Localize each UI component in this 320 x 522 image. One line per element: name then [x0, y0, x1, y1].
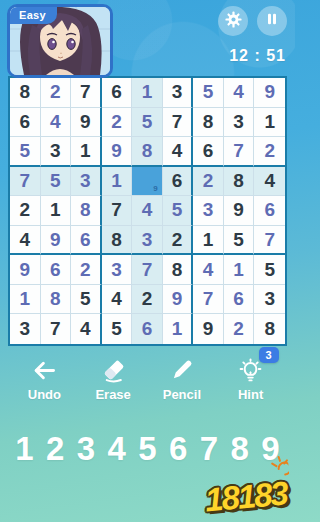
cell-r5c7[interactable]: 3 [193, 196, 224, 226]
user-digit: 3 [142, 229, 153, 251]
given-digit: 8 [233, 170, 244, 192]
cell-r8c8[interactable]: 6 [224, 285, 255, 315]
cell-r5c9[interactable]: 6 [254, 196, 285, 226]
cell-r9c3[interactable]: 4 [71, 314, 102, 344]
numpad-key-1[interactable]: 1 [11, 430, 38, 468]
numpad-key-4[interactable]: 4 [103, 430, 130, 468]
cell-r5c6[interactable]: 5 [163, 196, 194, 226]
given-digit: 2 [142, 288, 153, 310]
cell-r8c6[interactable]: 9 [163, 285, 194, 315]
cell-r2c7[interactable]: 8 [193, 108, 224, 138]
user-digit: 6 [50, 259, 61, 281]
cell-r3c4[interactable]: 9 [102, 137, 133, 167]
given-digit: 1 [50, 199, 61, 221]
pencil-icon [169, 356, 195, 384]
cell-r2c9[interactable]: 1 [254, 108, 285, 138]
cell-r2c6[interactable]: 7 [163, 108, 194, 138]
cell-r2c5[interactable]: 5 [132, 108, 163, 138]
hint-label: Hint [238, 387, 263, 402]
toolbar: Undo Erase Pencil 3 [0, 356, 295, 402]
cell-r5c1[interactable]: 2 [10, 196, 41, 226]
given-digit: 5 [111, 318, 122, 340]
cell-r9c7[interactable]: 9 [193, 314, 224, 344]
numpad-key-2[interactable]: 2 [42, 430, 69, 468]
cell-r5c5[interactable]: 4 [132, 196, 163, 226]
cell-r3c9[interactable]: 2 [254, 137, 285, 167]
given-digit: 6 [203, 140, 214, 162]
user-digit: 7 [203, 288, 214, 310]
given-digit: 4 [111, 288, 122, 310]
user-digit: 9 [264, 81, 275, 103]
avatar: Easy [7, 4, 113, 78]
cell-r6c4[interactable]: 8 [102, 226, 133, 256]
user-digit: 5 [142, 111, 153, 133]
user-digit: 6 [233, 288, 244, 310]
cell-r7c3[interactable]: 2 [71, 255, 102, 285]
given-digit: 3 [50, 140, 61, 162]
difficulty-badge: Easy [10, 7, 57, 24]
cell-r1c9[interactable]: 9 [254, 78, 285, 108]
cell-r8c3[interactable]: 5 [71, 285, 102, 315]
cell-r8c5[interactable]: 2 [132, 285, 163, 315]
user-digit: 7 [264, 229, 275, 251]
cell-r8c4[interactable]: 4 [102, 285, 133, 315]
cell-r3c8[interactable]: 7 [224, 137, 255, 167]
given-digit: 4 [172, 140, 183, 162]
given-digit: 1 [80, 140, 91, 162]
user-digit: 5 [172, 199, 183, 221]
given-digit: 3 [233, 111, 244, 133]
given-digit: 9 [233, 199, 244, 221]
user-digit: 2 [50, 81, 61, 103]
cell-r9c8[interactable]: 2 [224, 314, 255, 344]
given-digit: 5 [233, 229, 244, 251]
cell-r2c1[interactable]: 6 [10, 108, 41, 138]
cell-r7c4[interactable]: 3 [102, 255, 133, 285]
given-digit: 8 [19, 81, 30, 103]
sun-doodle-icon [248, 454, 290, 483]
user-digit: 7 [233, 140, 244, 162]
cell-r7c2[interactable]: 6 [41, 255, 72, 285]
cell-r7c7[interactable]: 4 [193, 255, 224, 285]
user-digit: 8 [142, 140, 153, 162]
user-digit: 3 [203, 199, 214, 221]
user-digit: 2 [203, 170, 214, 192]
given-digit: 2 [172, 229, 183, 251]
watermark-logo: 18183 [204, 475, 289, 520]
cell-r5c8[interactable]: 9 [224, 196, 255, 226]
cell-r6c3[interactable]: 6 [71, 226, 102, 256]
user-digit: 8 [50, 288, 61, 310]
user-digit: 7 [19, 170, 30, 192]
pause-icon [264, 11, 280, 31]
user-digit: 3 [80, 170, 91, 192]
user-digit: 9 [172, 288, 183, 310]
cell-r7c1[interactable]: 9 [10, 255, 41, 285]
gear-icon [224, 10, 243, 33]
given-digit: 3 [264, 288, 275, 310]
cell-r6c5[interactable]: 3 [132, 226, 163, 256]
user-digit: 4 [142, 199, 153, 221]
undo-arrow-icon [31, 356, 58, 384]
cell-r1c8[interactable]: 4 [224, 78, 255, 108]
user-digit: 9 [19, 259, 30, 281]
user-digit: 5 [19, 140, 30, 162]
settings-button[interactable] [218, 6, 248, 36]
cell-r1c6[interactable]: 3 [163, 78, 194, 108]
cell-r1c2[interactable]: 2 [41, 78, 72, 108]
cell-r9c5[interactable]: 6 [132, 314, 163, 344]
given-digit: 2 [19, 199, 30, 221]
user-digit: 2 [233, 318, 244, 340]
eraser-icon [100, 356, 127, 384]
cell-r1c5[interactable]: 1 [132, 78, 163, 108]
cell-r8c9[interactable]: 3 [254, 285, 285, 315]
given-digit: 1 [203, 229, 214, 251]
erase-label: Erase [95, 387, 130, 402]
user-digit: 2 [80, 259, 91, 281]
given-digit: 7 [80, 81, 91, 103]
hint-count-badge: 3 [259, 347, 279, 363]
undo-label: Undo [28, 387, 61, 402]
given-digit: 8 [111, 229, 122, 251]
user-digit: 1 [19, 288, 30, 310]
pencil-note: 9 [153, 184, 157, 193]
cell-r6c6[interactable]: 2 [163, 226, 194, 256]
user-digit: 9 [111, 140, 122, 162]
given-digit: 6 [111, 81, 122, 103]
user-digit: 5 [50, 170, 61, 192]
user-digit: 2 [111, 111, 122, 133]
cell-r3c1[interactable]: 5 [10, 137, 41, 167]
given-digit: 9 [80, 111, 91, 133]
user-digit: 4 [50, 111, 61, 133]
pencil-label: Pencil [163, 387, 201, 402]
cell-r2c8[interactable]: 3 [224, 108, 255, 138]
cell-r4c1[interactable]: 7 [10, 167, 41, 197]
cell-r6c1[interactable]: 4 [10, 226, 41, 256]
given-digit: 4 [19, 229, 30, 251]
user-digit: 6 [264, 199, 275, 221]
cell-r9c9[interactable]: 8 [254, 314, 285, 344]
cell-r5c2[interactable]: 1 [41, 196, 72, 226]
numpad-key-7[interactable]: 7 [196, 430, 223, 468]
cell-r3c7[interactable]: 6 [193, 137, 224, 167]
cell-r8c7[interactable]: 7 [193, 285, 224, 315]
cell-r3c6[interactable]: 4 [163, 137, 194, 167]
cell-r1c3[interactable]: 7 [71, 78, 102, 108]
given-digit: 8 [172, 259, 183, 281]
cell-r6c7[interactable]: 1 [193, 226, 224, 256]
user-digit: 2 [264, 140, 275, 162]
hint-button[interactable]: 3 Hint [222, 356, 280, 402]
cell-r8c1[interactable]: 1 [10, 285, 41, 315]
sudoku-board: 8276135496492578315319846727531962842187… [8, 76, 287, 346]
erase-button[interactable]: Erase [84, 356, 142, 402]
given-digit: 1 [264, 111, 275, 133]
cell-r4c5[interactable]: 9 [132, 167, 163, 197]
cell-r2c2[interactable]: 4 [41, 108, 72, 138]
cell-r4c8[interactable]: 8 [224, 167, 255, 197]
cell-r9c6[interactable]: 1 [163, 314, 194, 344]
given-digit: 3 [172, 81, 183, 103]
cell-r7c9[interactable]: 5 [254, 255, 285, 285]
given-digit: 6 [172, 170, 183, 192]
cell-r3c5[interactable]: 8 [132, 137, 163, 167]
cell-r6c8[interactable]: 5 [224, 226, 255, 256]
cell-r9c4[interactable]: 5 [102, 314, 133, 344]
user-digit: 5 [203, 81, 214, 103]
user-digit: 9 [50, 229, 61, 251]
cell-r8c2[interactable]: 8 [41, 285, 72, 315]
user-digit: 6 [142, 318, 153, 340]
cell-r5c3[interactable]: 8 [71, 196, 102, 226]
undo-button[interactable]: Undo [15, 356, 73, 402]
user-digit: 7 [142, 259, 153, 281]
given-digit: 7 [50, 318, 61, 340]
cell-r1c7[interactable]: 5 [193, 78, 224, 108]
cell-r7c8[interactable]: 1 [224, 255, 255, 285]
given-digit: 3 [19, 318, 30, 340]
cell-r6c2[interactable]: 9 [41, 226, 72, 256]
cell-r4c4[interactable]: 1 [102, 167, 133, 197]
pause-button[interactable] [257, 6, 287, 36]
user-digit: 1 [142, 81, 153, 103]
given-digit: 4 [80, 318, 91, 340]
given-digit: 5 [80, 288, 91, 310]
given-digit: 9 [203, 318, 214, 340]
given-digit: 8 [264, 318, 275, 340]
given-digit: 6 [19, 111, 30, 133]
cell-r4c6[interactable]: 6 [163, 167, 194, 197]
cell-r1c1[interactable]: 8 [10, 78, 41, 108]
cell-r4c9[interactable]: 4 [254, 167, 285, 197]
cell-r9c1[interactable]: 3 [10, 314, 41, 344]
given-digit: 7 [111, 199, 122, 221]
given-digit: 8 [203, 111, 214, 133]
cell-r4c2[interactable]: 5 [41, 167, 72, 197]
cell-r2c3[interactable]: 9 [71, 108, 102, 138]
cell-r4c7[interactable]: 2 [193, 167, 224, 197]
numpad-key-6[interactable]: 6 [165, 430, 192, 468]
cell-r4c3[interactable]: 3 [71, 167, 102, 197]
timer: 12 : 51 [229, 47, 286, 65]
cell-r2c4[interactable]: 2 [102, 108, 133, 138]
given-digit: 5 [264, 259, 275, 281]
user-digit: 1 [111, 170, 122, 192]
cell-r7c6[interactable]: 8 [163, 255, 194, 285]
user-digit: 1 [233, 259, 244, 281]
cell-r7c5[interactable]: 7 [132, 255, 163, 285]
given-digit: 4 [264, 170, 275, 192]
user-digit: 8 [80, 199, 91, 221]
numpad-key-5[interactable]: 5 [134, 430, 161, 468]
user-digit: 6 [80, 229, 91, 251]
cell-r3c2[interactable]: 3 [41, 137, 72, 167]
pencil-button[interactable]: Pencil [153, 356, 211, 402]
user-digit: 4 [203, 259, 214, 281]
user-digit: 4 [233, 81, 244, 103]
user-digit: 3 [111, 259, 122, 281]
cell-r9c2[interactable]: 7 [41, 314, 72, 344]
cell-r3c3[interactable]: 1 [71, 137, 102, 167]
cell-r6c9[interactable]: 7 [254, 226, 285, 256]
user-digit: 1 [172, 318, 183, 340]
numpad-key-3[interactable]: 3 [73, 430, 100, 468]
given-digit: 7 [172, 111, 183, 133]
cell-r5c4[interactable]: 7 [102, 196, 133, 226]
cell-r1c4[interactable]: 6 [102, 78, 133, 108]
